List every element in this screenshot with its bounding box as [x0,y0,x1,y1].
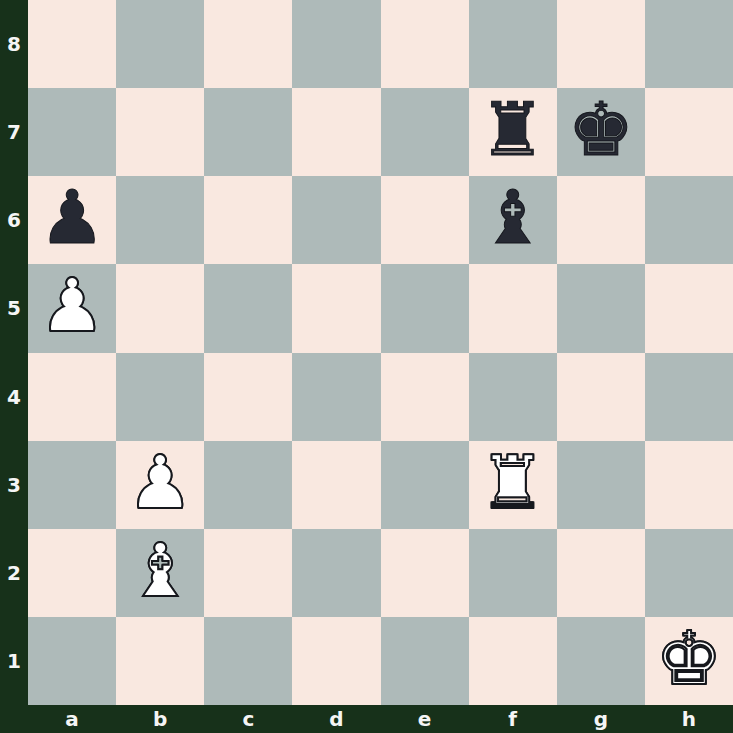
piece-black-rook[interactable]: ♜ [480,92,546,166]
square-g2[interactable] [557,529,645,617]
rank-label-2: 2 [0,529,28,617]
square-f4[interactable] [469,353,557,441]
rank-label-4: 4 [0,353,28,441]
rank-label-5: 5 [0,264,28,352]
rank-label-8: 8 [0,0,28,88]
square-g1[interactable] [557,617,645,705]
rank-label-6: 6 [0,176,28,264]
rank-labels: 87654321 [0,0,28,705]
square-a1[interactable] [28,617,116,705]
file-labels: abcdefgh [28,705,733,733]
file-label-d: d [292,705,380,733]
square-b3[interactable]: ♟ [116,441,204,529]
square-c1[interactable] [204,617,292,705]
file-label-e: e [381,705,469,733]
square-d8[interactable] [292,0,380,88]
square-f6[interactable]: ♝ [469,176,557,264]
square-b2[interactable]: ♝ [116,529,204,617]
square-a3[interactable] [28,441,116,529]
rank-label-1: 1 [0,617,28,705]
square-g3[interactable] [557,441,645,529]
piece-white-rook[interactable]: ♜ [480,445,546,519]
square-h6[interactable] [645,176,733,264]
file-label-f: f [469,705,557,733]
square-d7[interactable] [292,88,380,176]
square-b1[interactable] [116,617,204,705]
square-f5[interactable] [469,264,557,352]
square-f3[interactable]: ♜ [469,441,557,529]
square-d4[interactable] [292,353,380,441]
square-d2[interactable] [292,529,380,617]
square-f7[interactable]: ♜ [469,88,557,176]
square-c8[interactable] [204,0,292,88]
square-e7[interactable] [381,88,469,176]
piece-white-king[interactable]: ♚ [656,621,722,695]
square-f1[interactable] [469,617,557,705]
file-label-h: h [645,705,733,733]
square-d1[interactable] [292,617,380,705]
square-h2[interactable] [645,529,733,617]
square-c7[interactable] [204,88,292,176]
square-b7[interactable] [116,88,204,176]
square-d6[interactable] [292,176,380,264]
file-label-b: b [116,705,204,733]
square-b8[interactable] [116,0,204,88]
square-c2[interactable] [204,529,292,617]
square-h5[interactable] [645,264,733,352]
rank-label-3: 3 [0,441,28,529]
piece-black-bishop[interactable]: ♝ [480,180,546,254]
square-h3[interactable] [645,441,733,529]
square-c6[interactable] [204,176,292,264]
square-g6[interactable] [557,176,645,264]
square-e4[interactable] [381,353,469,441]
square-e5[interactable] [381,264,469,352]
square-e6[interactable] [381,176,469,264]
square-d5[interactable] [292,264,380,352]
square-a2[interactable] [28,529,116,617]
rank-label-7: 7 [0,88,28,176]
piece-white-pawn[interactable]: ♟ [39,268,105,342]
piece-white-bishop[interactable]: ♝ [127,533,193,607]
file-label-g: g [557,705,645,733]
square-g7[interactable]: ♚ [557,88,645,176]
square-f2[interactable] [469,529,557,617]
square-h8[interactable] [645,0,733,88]
square-g8[interactable] [557,0,645,88]
square-a8[interactable] [28,0,116,88]
piece-white-pawn[interactable]: ♟ [127,445,193,519]
square-h4[interactable] [645,353,733,441]
square-b6[interactable] [116,176,204,264]
square-a5[interactable]: ♟ [28,264,116,352]
square-e8[interactable] [381,0,469,88]
square-d3[interactable] [292,441,380,529]
square-f8[interactable] [469,0,557,88]
chess-board: ♜♚♟♝♟♟♜♝♚ [28,0,733,705]
piece-black-king[interactable]: ♚ [568,92,634,166]
square-e2[interactable] [381,529,469,617]
file-label-a: a [28,705,116,733]
chess-board-frame: 87654321 ♜♚♟♝♟♟♜♝♚ abcdefgh [0,0,733,733]
square-e3[interactable] [381,441,469,529]
square-c3[interactable] [204,441,292,529]
square-e1[interactable] [381,617,469,705]
square-c5[interactable] [204,264,292,352]
square-g4[interactable] [557,353,645,441]
file-label-c: c [204,705,292,733]
board-corner [0,705,28,733]
square-c4[interactable] [204,353,292,441]
square-g5[interactable] [557,264,645,352]
square-a6[interactable]: ♟ [28,176,116,264]
piece-black-pawn[interactable]: ♟ [39,180,105,254]
square-a4[interactable] [28,353,116,441]
square-h7[interactable] [645,88,733,176]
square-h1[interactable]: ♚ [645,617,733,705]
square-b5[interactable] [116,264,204,352]
square-a7[interactable] [28,88,116,176]
square-b4[interactable] [116,353,204,441]
